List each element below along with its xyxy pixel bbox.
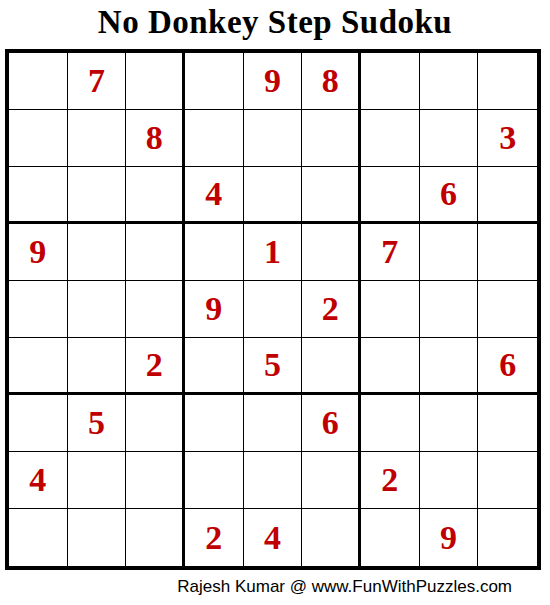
cell-r8c2[interactable] [68, 452, 127, 509]
cell-r4c5-given-1[interactable]: 1 [244, 224, 303, 281]
cell-r2c9-given-3[interactable]: 3 [478, 110, 537, 167]
cell-r6c4[interactable] [185, 338, 244, 395]
cell-r1c7[interactable] [361, 53, 420, 110]
cell-r2c5[interactable] [244, 110, 303, 167]
cell-r8c7-given-2[interactable]: 2 [361, 452, 420, 509]
cell-r6c3-given-2[interactable]: 2 [126, 338, 185, 395]
cell-r5c4-given-9[interactable]: 9 [185, 281, 244, 338]
puzzle-title: No Donkey Step Sudoku [0, 4, 550, 41]
cell-r3c3[interactable] [126, 167, 185, 224]
cell-r6c5-given-5[interactable]: 5 [244, 338, 303, 395]
cell-r2c8[interactable] [420, 110, 479, 167]
cell-r3c4-given-4[interactable]: 4 [185, 167, 244, 224]
cell-r6c6[interactable] [302, 338, 361, 395]
cell-r8c5[interactable] [244, 452, 303, 509]
cell-r1c1[interactable] [9, 53, 68, 110]
cell-r2c2[interactable] [68, 110, 127, 167]
cell-r7c2-given-5[interactable]: 5 [68, 395, 127, 452]
sudoku-grid: 7988346917922565642249 [5, 49, 541, 570]
cell-r3c2[interactable] [68, 167, 127, 224]
cell-r1c2-given-7[interactable]: 7 [68, 53, 127, 110]
cell-r9c1[interactable] [9, 509, 68, 566]
cell-r7c8[interactable] [420, 395, 479, 452]
cell-r5c2[interactable] [68, 281, 127, 338]
cell-r3c8-given-6[interactable]: 6 [420, 167, 479, 224]
cell-r9c2[interactable] [68, 509, 127, 566]
cell-r5c5[interactable] [244, 281, 303, 338]
cell-r5c8[interactable] [420, 281, 479, 338]
cell-r2c7[interactable] [361, 110, 420, 167]
cell-r3c1[interactable] [9, 167, 68, 224]
cell-r6c1[interactable] [9, 338, 68, 395]
cell-r7c6-given-6[interactable]: 6 [302, 395, 361, 452]
cell-r3c9[interactable] [478, 167, 537, 224]
cell-r4c3[interactable] [126, 224, 185, 281]
cell-r4c4[interactable] [185, 224, 244, 281]
cell-r6c8[interactable] [420, 338, 479, 395]
cell-r1c3[interactable] [126, 53, 185, 110]
cell-r5c9[interactable] [478, 281, 537, 338]
cell-r4c9[interactable] [478, 224, 537, 281]
cell-r1c4[interactable] [185, 53, 244, 110]
cell-r1c6-given-8[interactable]: 8 [302, 53, 361, 110]
cell-r5c6-given-2[interactable]: 2 [302, 281, 361, 338]
cell-r6c9-given-6[interactable]: 6 [478, 338, 537, 395]
cell-r9c9[interactable] [478, 509, 537, 566]
cell-r7c5[interactable] [244, 395, 303, 452]
cell-r7c7[interactable] [361, 395, 420, 452]
cell-r7c9[interactable] [478, 395, 537, 452]
cell-r9c6[interactable] [302, 509, 361, 566]
cell-r1c9[interactable] [478, 53, 537, 110]
cell-r9c5-given-4[interactable]: 4 [244, 509, 303, 566]
cell-r8c4[interactable] [185, 452, 244, 509]
cell-r2c3-given-8[interactable]: 8 [126, 110, 185, 167]
cell-r9c8-given-9[interactable]: 9 [420, 509, 479, 566]
cell-r8c6[interactable] [302, 452, 361, 509]
cell-r6c7[interactable] [361, 338, 420, 395]
cell-r9c3[interactable] [126, 509, 185, 566]
cell-r5c3[interactable] [126, 281, 185, 338]
cell-r3c6[interactable] [302, 167, 361, 224]
cell-r3c5[interactable] [244, 167, 303, 224]
footer-credit: Rajesh Kumar @ www.FunWithPuzzles.com [177, 577, 512, 597]
cell-r4c7-given-7[interactable]: 7 [361, 224, 420, 281]
cell-r4c2[interactable] [68, 224, 127, 281]
cell-r7c4[interactable] [185, 395, 244, 452]
cell-r4c6[interactable] [302, 224, 361, 281]
cell-r5c1[interactable] [9, 281, 68, 338]
cell-r7c1[interactable] [9, 395, 68, 452]
cell-r8c9[interactable] [478, 452, 537, 509]
cell-r6c2[interactable] [68, 338, 127, 395]
cell-r9c4-given-2[interactable]: 2 [185, 509, 244, 566]
cell-r7c3[interactable] [126, 395, 185, 452]
cell-r2c1[interactable] [9, 110, 68, 167]
cell-r8c8[interactable] [420, 452, 479, 509]
cell-r3c7[interactable] [361, 167, 420, 224]
cell-r1c5-given-9[interactable]: 9 [244, 53, 303, 110]
cell-r2c6[interactable] [302, 110, 361, 167]
cell-r2c4[interactable] [185, 110, 244, 167]
cell-r5c7[interactable] [361, 281, 420, 338]
cell-r8c1-given-4[interactable]: 4 [9, 452, 68, 509]
cell-r1c8[interactable] [420, 53, 479, 110]
cell-r4c8[interactable] [420, 224, 479, 281]
cell-r9c7[interactable] [361, 509, 420, 566]
cell-r8c3[interactable] [126, 452, 185, 509]
cell-r4c1-given-9[interactable]: 9 [9, 224, 68, 281]
